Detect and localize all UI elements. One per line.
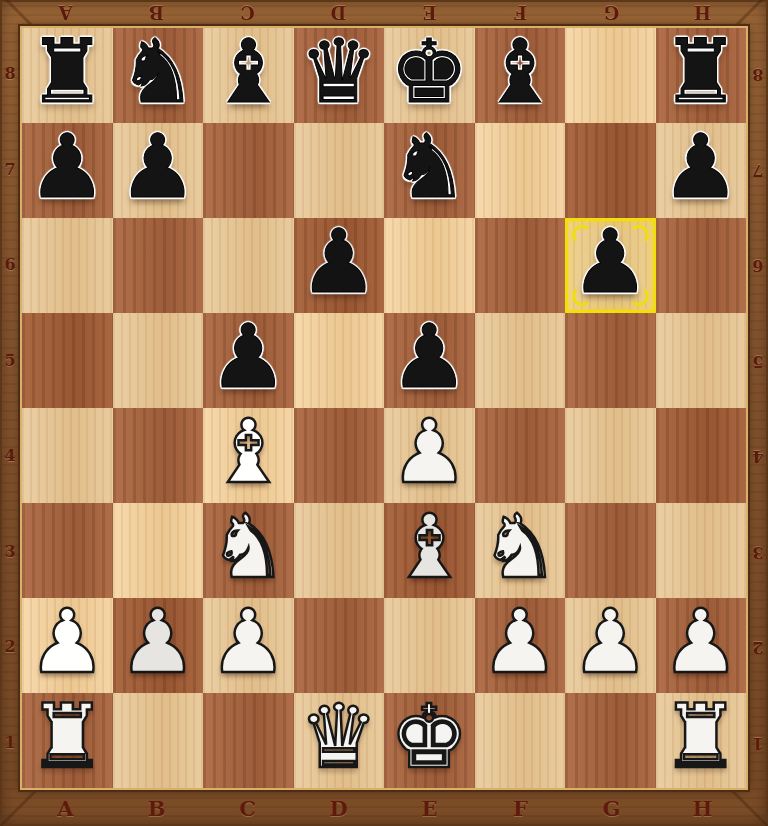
- square-e8[interactable]: ♚: [384, 28, 475, 123]
- piece-black-rook[interactable]: ♜: [28, 28, 107, 116]
- rank-label-4: 4: [748, 408, 768, 504]
- rank-label-1: 1: [748, 695, 768, 791]
- rank-label-5: 5: [0, 313, 20, 409]
- square-a7[interactable]: ♟: [22, 123, 113, 218]
- square-c5[interactable]: ♟: [203, 313, 294, 408]
- file-label-e: E: [384, 790, 475, 826]
- file-label-h: H: [657, 0, 748, 26]
- square-h4[interactable]: [656, 408, 747, 503]
- rank-label-5: 5: [748, 313, 768, 409]
- piece-black-bishop[interactable]: ♝: [480, 28, 559, 116]
- square-f8[interactable]: ♝: [475, 28, 566, 123]
- square-h8[interactable]: ♜: [656, 28, 747, 123]
- file-label-d: D: [293, 790, 384, 826]
- rank-label-6: 6: [0, 217, 20, 313]
- square-e2[interactable]: [384, 598, 475, 693]
- square-c7[interactable]: [203, 123, 294, 218]
- square-g3[interactable]: [565, 503, 656, 598]
- square-d5[interactable]: [294, 313, 385, 408]
- square-f6[interactable]: [475, 218, 566, 313]
- square-b8[interactable]: ♞: [113, 28, 204, 123]
- piece-white-queen[interactable]: ♛: [299, 693, 378, 781]
- rank-labels-right: 87654321: [748, 26, 768, 790]
- square-g6[interactable]: ♟: [565, 218, 656, 313]
- square-d6[interactable]: ♟: [294, 218, 385, 313]
- square-f3[interactable]: ♞: [475, 503, 566, 598]
- square-b3[interactable]: [113, 503, 204, 598]
- square-e5[interactable]: ♟: [384, 313, 475, 408]
- square-b1[interactable]: [113, 693, 204, 788]
- file-label-c: C: [202, 790, 293, 826]
- square-e1[interactable]: ♚: [384, 693, 475, 788]
- file-label-a: A: [20, 0, 111, 26]
- square-g8[interactable]: [565, 28, 656, 123]
- file-label-f: F: [475, 0, 566, 26]
- piece-black-pawn[interactable]: ♟: [390, 313, 469, 401]
- piece-white-pawn[interactable]: ♟: [661, 598, 740, 686]
- piece-black-pawn[interactable]: ♟: [118, 123, 197, 211]
- square-a3[interactable]: [22, 503, 113, 598]
- piece-black-pawn[interactable]: ♟: [571, 218, 650, 306]
- square-d8[interactable]: ♛: [294, 28, 385, 123]
- piece-white-pawn[interactable]: ♟: [390, 408, 469, 496]
- square-f1[interactable]: [475, 693, 566, 788]
- square-d3[interactable]: [294, 503, 385, 598]
- square-g5[interactable]: [565, 313, 656, 408]
- piece-white-bishop[interactable]: ♝: [209, 408, 288, 496]
- file-label-f: F: [475, 790, 566, 826]
- square-h7[interactable]: ♟: [656, 123, 747, 218]
- square-f4[interactable]: [475, 408, 566, 503]
- rank-label-6: 6: [748, 217, 768, 313]
- file-label-d: D: [293, 0, 384, 26]
- rank-labels-left: 87654321: [0, 26, 20, 790]
- square-a8[interactable]: ♜: [22, 28, 113, 123]
- piece-black-pawn[interactable]: ♟: [28, 123, 107, 211]
- piece-white-pawn[interactable]: ♟: [480, 598, 559, 686]
- wooden-chess-board: ABCDEFGH ABCDEFGH 87654321 87654321 ♜♞♝♛…: [0, 0, 768, 826]
- square-c3[interactable]: ♞: [203, 503, 294, 598]
- piece-white-king[interactable]: ♚: [390, 693, 469, 781]
- square-e3[interactable]: ♝: [384, 503, 475, 598]
- piece-black-pawn[interactable]: ♟: [209, 313, 288, 401]
- square-g4[interactable]: [565, 408, 656, 503]
- square-b6[interactable]: [113, 218, 204, 313]
- square-e4[interactable]: ♟: [384, 408, 475, 503]
- square-b7[interactable]: ♟: [113, 123, 204, 218]
- rank-label-4: 4: [0, 408, 20, 504]
- square-b4[interactable]: [113, 408, 204, 503]
- piece-black-knight[interactable]: ♞: [390, 123, 469, 211]
- square-f2[interactable]: ♟: [475, 598, 566, 693]
- piece-black-rook[interactable]: ♜: [661, 28, 740, 116]
- square-f5[interactable]: [475, 313, 566, 408]
- square-b5[interactable]: [113, 313, 204, 408]
- rank-label-7: 7: [0, 122, 20, 218]
- rank-label-3: 3: [748, 504, 768, 600]
- piece-white-rook[interactable]: ♜: [28, 693, 107, 781]
- square-d1[interactable]: ♛: [294, 693, 385, 788]
- square-g2[interactable]: ♟: [565, 598, 656, 693]
- file-label-e: E: [384, 0, 475, 26]
- piece-black-bishop[interactable]: ♝: [209, 28, 288, 116]
- square-f7[interactable]: [475, 123, 566, 218]
- square-b2[interactable]: ♟: [113, 598, 204, 693]
- piece-white-pawn[interactable]: ♟: [118, 598, 197, 686]
- square-a6[interactable]: [22, 218, 113, 313]
- square-d7[interactable]: [294, 123, 385, 218]
- square-c4[interactable]: ♝: [203, 408, 294, 503]
- piece-black-pawn[interactable]: ♟: [299, 218, 378, 306]
- chess-board-grid: ♜♞♝♛♚♝♜♟♟♞♟♟♟♟♟♝♟♞♝♞♟♟♟♟♟♟♜♛♚♜: [20, 26, 748, 790]
- file-label-c: C: [202, 0, 293, 26]
- file-labels-bottom: ABCDEFGH: [20, 790, 748, 826]
- piece-black-pawn[interactable]: ♟: [661, 123, 740, 211]
- piece-white-pawn[interactable]: ♟: [571, 598, 650, 686]
- file-label-b: B: [111, 790, 202, 826]
- square-e6[interactable]: [384, 218, 475, 313]
- piece-white-knight[interactable]: ♞: [480, 503, 559, 591]
- square-a5[interactable]: [22, 313, 113, 408]
- square-c1[interactable]: [203, 693, 294, 788]
- piece-white-pawn[interactable]: ♟: [209, 598, 288, 686]
- rank-label-3: 3: [0, 504, 20, 600]
- square-h1[interactable]: ♜: [656, 693, 747, 788]
- piece-black-king[interactable]: ♚: [390, 28, 469, 116]
- rank-label-1: 1: [0, 695, 20, 791]
- piece-white-bishop[interactable]: ♝: [390, 503, 469, 591]
- file-label-g: G: [566, 790, 657, 826]
- square-h3[interactable]: [656, 503, 747, 598]
- file-label-b: B: [111, 0, 202, 26]
- rank-label-8: 8: [748, 26, 768, 122]
- square-c6[interactable]: [203, 218, 294, 313]
- rank-label-8: 8: [0, 26, 20, 122]
- square-a4[interactable]: [22, 408, 113, 503]
- square-h6[interactable]: [656, 218, 747, 313]
- square-g1[interactable]: [565, 693, 656, 788]
- square-e7[interactable]: ♞: [384, 123, 475, 218]
- file-label-a: A: [20, 790, 111, 826]
- rank-label-2: 2: [0, 599, 20, 695]
- square-a2[interactable]: ♟: [22, 598, 113, 693]
- piece-white-knight[interactable]: ♞: [209, 503, 288, 591]
- square-a1[interactable]: ♜: [22, 693, 113, 788]
- file-label-g: G: [566, 0, 657, 26]
- piece-white-rook[interactable]: ♜: [661, 693, 740, 781]
- square-d4[interactable]: [294, 408, 385, 503]
- square-h5[interactable]: [656, 313, 747, 408]
- piece-black-queen[interactable]: ♛: [299, 28, 378, 116]
- rank-label-2: 2: [748, 599, 768, 695]
- file-label-h: H: [657, 790, 748, 826]
- piece-black-knight[interactable]: ♞: [118, 28, 197, 116]
- piece-white-pawn[interactable]: ♟: [28, 598, 107, 686]
- square-c2[interactable]: ♟: [203, 598, 294, 693]
- square-c8[interactable]: ♝: [203, 28, 294, 123]
- square-g7[interactable]: [565, 123, 656, 218]
- rank-label-7: 7: [748, 122, 768, 218]
- square-h2[interactable]: ♟: [656, 598, 747, 693]
- square-d2[interactable]: [294, 598, 385, 693]
- file-labels-top: ABCDEFGH: [20, 0, 748, 26]
